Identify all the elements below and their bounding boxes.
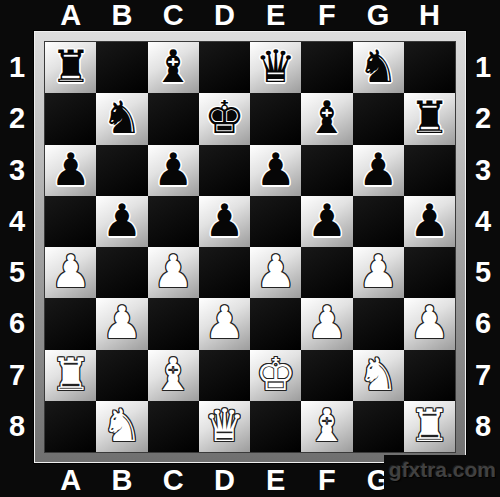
- square-c3: ♟: [148, 145, 199, 196]
- square-a8: [45, 401, 96, 452]
- file-label-e: E: [250, 463, 301, 497]
- piece-black-queen: ♛: [255, 44, 295, 89]
- file-label-c: C: [148, 463, 199, 497]
- square-a3: ♟: [45, 145, 96, 196]
- file-label-b: B: [96, 0, 147, 31]
- square-d5: [199, 247, 250, 298]
- square-b4: ♟: [96, 196, 147, 247]
- square-b7: [96, 350, 147, 401]
- square-g6: [353, 298, 404, 349]
- piece-black-rook: ♜: [409, 95, 449, 140]
- square-d7: [199, 350, 250, 401]
- piece-black-pawn: ♟: [358, 147, 398, 192]
- file-label-a: A: [45, 0, 96, 31]
- piece-black-pawn: ♟: [409, 198, 449, 243]
- rank-label-8: 8: [0, 401, 34, 452]
- square-c8: [148, 401, 199, 452]
- piece-white-pawn: ♟: [307, 300, 347, 345]
- square-g8: [353, 401, 404, 452]
- rank-label-5: 5: [466, 247, 500, 298]
- rank-labels-right: 12345678: [466, 42, 500, 452]
- file-label-e: E: [250, 0, 301, 31]
- piece-black-king: ♚: [204, 95, 244, 140]
- square-d1: [199, 42, 250, 93]
- chessboard-graphic: ABCDEFGH 12345678 ♜♝♛♞♞♚♝♜♟♟♟♟♟♟♟♟♟♟♟♟♟♟…: [0, 0, 500, 497]
- rank-label-1: 1: [466, 42, 500, 93]
- rank-label-3: 3: [0, 145, 34, 196]
- piece-white-pawn: ♟: [153, 249, 193, 294]
- piece-white-knight: ♞: [358, 352, 398, 397]
- square-f8: ♝: [301, 401, 352, 452]
- piece-white-king: ♚: [255, 352, 295, 397]
- square-e4: [250, 196, 301, 247]
- piece-black-knight: ♞: [102, 95, 142, 140]
- rank-label-4: 4: [0, 196, 34, 247]
- file-label-f: F: [301, 463, 352, 497]
- piece-white-bishop: ♝: [153, 352, 193, 397]
- piece-white-pawn: ♟: [50, 249, 90, 294]
- rank-label-7: 7: [466, 350, 500, 401]
- square-g5: ♟: [353, 247, 404, 298]
- piece-white-pawn: ♟: [204, 300, 244, 345]
- square-g2: [353, 93, 404, 144]
- piece-white-pawn: ♟: [102, 300, 142, 345]
- square-f6: ♟: [301, 298, 352, 349]
- piece-black-bishop: ♝: [307, 95, 347, 140]
- square-b8: ♞: [96, 401, 147, 452]
- square-e8: [250, 401, 301, 452]
- square-c1: ♝: [148, 42, 199, 93]
- square-g1: ♞: [353, 42, 404, 93]
- square-a1: ♜: [45, 42, 96, 93]
- piece-white-queen: ♛: [204, 403, 244, 448]
- square-c6: [148, 298, 199, 349]
- square-h2: ♜: [404, 93, 455, 144]
- square-b3: [96, 145, 147, 196]
- square-h5: [404, 247, 455, 298]
- square-h8: ♜: [404, 401, 455, 452]
- piece-white-rook: ♜: [409, 403, 449, 448]
- rank-labels-left: 12345678: [0, 42, 34, 452]
- square-f1: [301, 42, 352, 93]
- square-b2: ♞: [96, 93, 147, 144]
- square-b1: [96, 42, 147, 93]
- square-h3: [404, 145, 455, 196]
- piece-black-knight: ♞: [358, 44, 398, 89]
- square-e1: ♛: [250, 42, 301, 93]
- piece-black-pawn: ♟: [153, 147, 193, 192]
- piece-black-pawn: ♟: [255, 147, 295, 192]
- square-d3: [199, 145, 250, 196]
- square-e7: ♚: [250, 350, 301, 401]
- rank-label-5: 5: [0, 247, 34, 298]
- square-f3: [301, 145, 352, 196]
- piece-black-rook: ♜: [50, 44, 90, 89]
- square-c5: ♟: [148, 247, 199, 298]
- file-label-c: C: [148, 0, 199, 31]
- rank-label-3: 3: [466, 145, 500, 196]
- piece-black-bishop: ♝: [153, 44, 193, 89]
- square-a2: [45, 93, 96, 144]
- rank-label-4: 4: [466, 196, 500, 247]
- square-d4: ♟: [199, 196, 250, 247]
- square-d2: ♚: [199, 93, 250, 144]
- square-e3: ♟: [250, 145, 301, 196]
- board-frame: ♜♝♛♞♞♚♝♜♟♟♟♟♟♟♟♟♟♟♟♟♟♟♟♟♜♝♚♞♞♛♝♜: [34, 31, 466, 463]
- rank-label-2: 2: [0, 93, 34, 144]
- square-f2: ♝: [301, 93, 352, 144]
- rank-label-1: 1: [0, 42, 34, 93]
- square-f4: ♟: [301, 196, 352, 247]
- rank-label-6: 6: [0, 298, 34, 349]
- file-labels-top: ABCDEFGH: [45, 0, 455, 31]
- piece-black-pawn: ♟: [307, 198, 347, 243]
- square-c7: ♝: [148, 350, 199, 401]
- piece-black-pawn: ♟: [204, 198, 244, 243]
- piece-black-pawn: ♟: [102, 198, 142, 243]
- file-label-f: F: [301, 0, 352, 31]
- square-h4: ♟: [404, 196, 455, 247]
- square-h1: [404, 42, 455, 93]
- piece-black-pawn: ♟: [50, 147, 90, 192]
- rank-label-2: 2: [466, 93, 500, 144]
- chess-board: ♜♝♛♞♞♚♝♜♟♟♟♟♟♟♟♟♟♟♟♟♟♟♟♟♜♝♚♞♞♛♝♜: [45, 42, 455, 452]
- watermark-text: gfxtra.com: [384, 455, 499, 490]
- piece-white-rook: ♜: [50, 352, 90, 397]
- square-a7: ♜: [45, 350, 96, 401]
- piece-white-pawn: ♟: [358, 249, 398, 294]
- file-label-d: D: [199, 463, 250, 497]
- square-d8: ♛: [199, 401, 250, 452]
- square-a5: ♟: [45, 247, 96, 298]
- rank-label-6: 6: [466, 298, 500, 349]
- square-h7: [404, 350, 455, 401]
- file-label-h: H: [404, 0, 455, 31]
- file-label-d: D: [199, 0, 250, 31]
- square-c2: [148, 93, 199, 144]
- piece-white-pawn: ♟: [255, 249, 295, 294]
- square-g7: ♞: [353, 350, 404, 401]
- square-c4: [148, 196, 199, 247]
- rank-label-8: 8: [466, 401, 500, 452]
- piece-white-pawn: ♟: [409, 300, 449, 345]
- rank-label-7: 7: [0, 350, 34, 401]
- square-e5: ♟: [250, 247, 301, 298]
- square-b5: [96, 247, 147, 298]
- square-f5: [301, 247, 352, 298]
- square-f7: [301, 350, 352, 401]
- square-g4: [353, 196, 404, 247]
- piece-white-bishop: ♝: [307, 403, 347, 448]
- square-a6: [45, 298, 96, 349]
- file-label-g: G: [353, 0, 404, 31]
- square-b6: ♟: [96, 298, 147, 349]
- file-label-a: A: [45, 463, 96, 497]
- piece-white-knight: ♞: [102, 403, 142, 448]
- square-h6: ♟: [404, 298, 455, 349]
- square-e6: [250, 298, 301, 349]
- file-label-b: B: [96, 463, 147, 497]
- square-e2: [250, 93, 301, 144]
- square-d6: ♟: [199, 298, 250, 349]
- square-g3: ♟: [353, 145, 404, 196]
- square-a4: [45, 196, 96, 247]
